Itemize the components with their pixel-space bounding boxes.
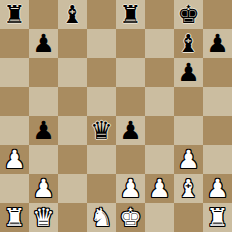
square-h8[interactable] <box>203 0 232 29</box>
piece-white-pawn[interactable]: ♟ <box>148 174 170 203</box>
square-b2[interactable]: ♟ <box>29 174 58 203</box>
square-c8[interactable]: ♝ <box>58 0 87 29</box>
square-d6[interactable] <box>87 58 116 87</box>
piece-black-bishop[interactable]: ♝ <box>177 29 199 58</box>
square-h1[interactable]: ♜ <box>203 203 232 232</box>
square-e3[interactable] <box>116 145 145 174</box>
piece-white-knight[interactable]: ♞ <box>90 203 112 232</box>
square-h3[interactable] <box>203 145 232 174</box>
square-e6[interactable] <box>116 58 145 87</box>
square-e8[interactable]: ♜ <box>116 0 145 29</box>
square-b7[interactable]: ♟ <box>29 29 58 58</box>
square-f8[interactable] <box>145 0 174 29</box>
square-d7[interactable] <box>87 29 116 58</box>
square-b1[interactable]: ♛ <box>29 203 58 232</box>
piece-white-pawn[interactable]: ♟ <box>119 174 141 203</box>
piece-black-king[interactable]: ♚ <box>177 0 199 29</box>
square-f5[interactable] <box>145 87 174 116</box>
square-g6[interactable]: ♟ <box>174 58 203 87</box>
square-g5[interactable] <box>174 87 203 116</box>
square-c4[interactable] <box>58 116 87 145</box>
square-c3[interactable] <box>58 145 87 174</box>
square-e1[interactable]: ♚ <box>116 203 145 232</box>
chess-board: ♜♝♜♚♟♝♟♟♟♛♟♟♟♟♟♟♝♟♜♛♞♚♜ <box>0 0 232 232</box>
square-c1[interactable] <box>58 203 87 232</box>
square-a3[interactable]: ♟ <box>0 145 29 174</box>
square-c5[interactable] <box>58 87 87 116</box>
square-d4[interactable]: ♛ <box>87 116 116 145</box>
square-h7[interactable]: ♟ <box>203 29 232 58</box>
square-b8[interactable] <box>29 0 58 29</box>
square-d2[interactable] <box>87 174 116 203</box>
square-f1[interactable] <box>145 203 174 232</box>
square-g4[interactable] <box>174 116 203 145</box>
square-b5[interactable] <box>29 87 58 116</box>
square-h5[interactable] <box>203 87 232 116</box>
piece-white-pawn[interactable]: ♟ <box>177 145 199 174</box>
square-c2[interactable] <box>58 174 87 203</box>
square-h6[interactable] <box>203 58 232 87</box>
piece-black-rook[interactable]: ♜ <box>3 0 25 29</box>
square-b6[interactable] <box>29 58 58 87</box>
piece-white-queen[interactable]: ♛ <box>32 203 54 232</box>
piece-white-bishop[interactable]: ♝ <box>177 174 199 203</box>
square-a4[interactable] <box>0 116 29 145</box>
square-a7[interactable] <box>0 29 29 58</box>
square-g2[interactable]: ♝ <box>174 174 203 203</box>
piece-black-pawn[interactable]: ♟ <box>177 58 199 87</box>
piece-black-pawn[interactable]: ♟ <box>32 29 54 58</box>
square-g1[interactable] <box>174 203 203 232</box>
square-a8[interactable]: ♜ <box>0 0 29 29</box>
square-f7[interactable] <box>145 29 174 58</box>
square-a2[interactable] <box>0 174 29 203</box>
square-c6[interactable] <box>58 58 87 87</box>
square-d1[interactable]: ♞ <box>87 203 116 232</box>
square-a5[interactable] <box>0 87 29 116</box>
piece-white-pawn[interactable]: ♟ <box>3 145 25 174</box>
square-f2[interactable]: ♟ <box>145 174 174 203</box>
square-d8[interactable] <box>87 0 116 29</box>
square-e4[interactable]: ♟ <box>116 116 145 145</box>
square-g7[interactable]: ♝ <box>174 29 203 58</box>
square-c7[interactable] <box>58 29 87 58</box>
square-a6[interactable] <box>0 58 29 87</box>
piece-white-king[interactable]: ♚ <box>119 203 141 232</box>
piece-black-pawn[interactable]: ♟ <box>206 29 228 58</box>
piece-black-pawn[interactable]: ♟ <box>32 116 54 145</box>
square-g3[interactable]: ♟ <box>174 145 203 174</box>
piece-black-rook[interactable]: ♜ <box>119 0 141 29</box>
piece-black-pawn[interactable]: ♟ <box>119 116 141 145</box>
piece-white-pawn[interactable]: ♟ <box>206 174 228 203</box>
square-h2[interactable]: ♟ <box>203 174 232 203</box>
square-b3[interactable] <box>29 145 58 174</box>
square-d5[interactable] <box>87 87 116 116</box>
square-e7[interactable] <box>116 29 145 58</box>
square-e2[interactable]: ♟ <box>116 174 145 203</box>
square-g8[interactable]: ♚ <box>174 0 203 29</box>
piece-black-bishop[interactable]: ♝ <box>61 0 83 29</box>
piece-black-queen[interactable]: ♛ <box>90 116 112 145</box>
square-f3[interactable] <box>145 145 174 174</box>
square-f4[interactable] <box>145 116 174 145</box>
square-e5[interactable] <box>116 87 145 116</box>
square-b4[interactable]: ♟ <box>29 116 58 145</box>
piece-white-pawn[interactable]: ♟ <box>32 174 54 203</box>
piece-white-rook[interactable]: ♜ <box>206 203 228 232</box>
piece-white-rook[interactable]: ♜ <box>3 203 25 232</box>
square-d3[interactable] <box>87 145 116 174</box>
square-f6[interactable] <box>145 58 174 87</box>
square-h4[interactable] <box>203 116 232 145</box>
square-a1[interactable]: ♜ <box>0 203 29 232</box>
